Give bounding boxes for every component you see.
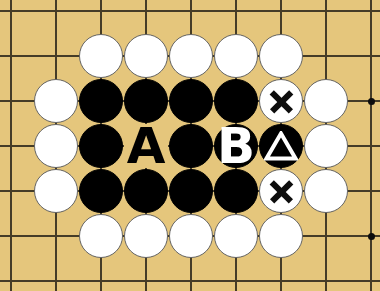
label-B: B	[214, 124, 258, 168]
x-mark-icon	[268, 178, 295, 205]
star-point	[368, 98, 375, 105]
white-stone	[79, 34, 123, 78]
white-stone	[79, 214, 123, 258]
label-A-text: A	[127, 121, 166, 171]
x-mark-icon	[268, 88, 295, 115]
triangle-mark-icon	[264, 131, 298, 161]
go-board[interactable]: AB	[0, 0, 380, 291]
star-point	[368, 233, 375, 240]
white-stone	[304, 124, 348, 168]
label-B-text: B	[217, 121, 255, 171]
black-stone	[214, 169, 258, 213]
black-stone	[79, 169, 123, 213]
white-stone	[34, 169, 78, 213]
black-stone	[79, 79, 123, 123]
white-stone	[304, 169, 348, 213]
white-stone	[124, 34, 168, 78]
x-mark-icon	[259, 169, 303, 213]
white-stone	[124, 214, 168, 258]
white-stone	[169, 34, 213, 78]
label-A[interactable]: A	[124, 124, 168, 168]
white-stone	[214, 34, 258, 78]
white-stone	[259, 214, 303, 258]
white-stone	[304, 79, 348, 123]
white-stone	[214, 214, 258, 258]
x-mark-icon	[259, 79, 303, 123]
white-stone	[259, 34, 303, 78]
black-stone	[124, 169, 168, 213]
grid-line-horizontal	[0, 280, 380, 282]
white-stone	[169, 214, 213, 258]
triangle-mark-icon	[259, 124, 303, 168]
grid-line-horizontal	[0, 10, 380, 12]
black-stone	[169, 169, 213, 213]
black-stone	[169, 124, 213, 168]
white-stone	[34, 79, 78, 123]
white-stone	[34, 124, 78, 168]
black-stone	[169, 79, 213, 123]
black-stone	[79, 124, 123, 168]
